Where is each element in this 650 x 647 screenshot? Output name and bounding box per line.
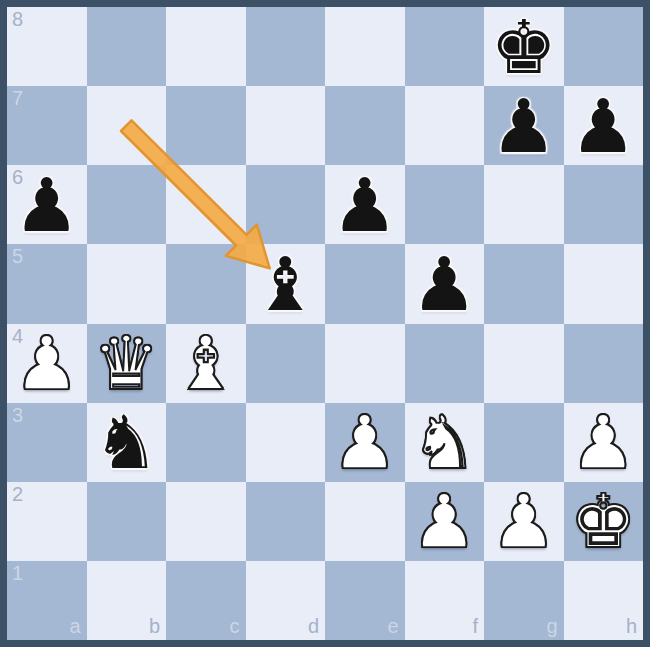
piece-white-bishop-c4[interactable]: ♝	[173, 326, 239, 400]
square-e3[interactable]: ♟	[325, 403, 405, 482]
piece-white-pawn-g2[interactable]: ♟	[491, 484, 557, 558]
square-c6[interactable]	[166, 165, 246, 244]
chess-board-diagram: 8♚7♟♟6♟♟5♝♟4♟♛♝3♞♟♞♟2♟♟♚1abcdefgh	[0, 0, 650, 647]
square-g6[interactable]	[484, 165, 564, 244]
square-a5[interactable]: 5	[7, 244, 87, 323]
piece-white-pawn-f2[interactable]: ♟	[411, 484, 477, 558]
square-h6[interactable]	[564, 165, 644, 244]
square-d6[interactable]	[246, 165, 326, 244]
square-a6[interactable]: 6♟	[7, 165, 87, 244]
piece-white-knight-f3[interactable]: ♞	[411, 405, 477, 479]
square-a1[interactable]: 1a	[7, 561, 87, 640]
square-g3[interactable]	[484, 403, 564, 482]
square-h2[interactable]: ♚	[564, 482, 644, 561]
file-label-h: h	[626, 615, 637, 638]
square-c4[interactable]: ♝	[166, 324, 246, 403]
square-b4[interactable]: ♛	[87, 324, 167, 403]
piece-white-queen-b4[interactable]: ♛	[93, 326, 159, 400]
file-label-a: a	[69, 615, 80, 638]
square-a7[interactable]: 7	[7, 86, 87, 165]
piece-white-pawn-h3[interactable]: ♟	[570, 405, 636, 479]
square-e6[interactable]: ♟	[325, 165, 405, 244]
piece-black-pawn-h7[interactable]: ♟	[570, 89, 636, 163]
file-label-g: g	[546, 615, 557, 638]
square-g4[interactable]	[484, 324, 564, 403]
square-e8[interactable]	[325, 7, 405, 86]
square-g1[interactable]: g	[484, 561, 564, 640]
file-label-d: d	[308, 615, 319, 638]
file-label-b: b	[149, 615, 160, 638]
rank-label-2: 2	[12, 483, 23, 506]
square-d3[interactable]	[246, 403, 326, 482]
square-g7[interactable]: ♟	[484, 86, 564, 165]
piece-black-pawn-e6[interactable]: ♟	[332, 168, 398, 242]
square-g5[interactable]	[484, 244, 564, 323]
square-a3[interactable]: 3	[7, 403, 87, 482]
square-d4[interactable]	[246, 324, 326, 403]
square-e2[interactable]	[325, 482, 405, 561]
square-a2[interactable]: 2	[7, 482, 87, 561]
rank-label-5: 5	[12, 245, 23, 268]
square-h7[interactable]: ♟	[564, 86, 644, 165]
square-h5[interactable]	[564, 244, 644, 323]
square-b5[interactable]	[87, 244, 167, 323]
piece-black-pawn-f5[interactable]: ♟	[411, 247, 477, 321]
square-f5[interactable]: ♟	[405, 244, 485, 323]
piece-black-bishop-d5[interactable]: ♝	[252, 247, 318, 321]
square-h1[interactable]: h	[564, 561, 644, 640]
square-c3[interactable]	[166, 403, 246, 482]
square-d1[interactable]: d	[246, 561, 326, 640]
file-label-e: e	[387, 615, 398, 638]
square-e1[interactable]: e	[325, 561, 405, 640]
square-b7[interactable]	[87, 86, 167, 165]
square-b6[interactable]	[87, 165, 167, 244]
square-b1[interactable]: b	[87, 561, 167, 640]
file-label-c: c	[230, 615, 240, 638]
square-c7[interactable]	[166, 86, 246, 165]
rank-label-1: 1	[12, 562, 23, 585]
square-c8[interactable]	[166, 7, 246, 86]
square-f7[interactable]	[405, 86, 485, 165]
square-b8[interactable]	[87, 7, 167, 86]
square-e7[interactable]	[325, 86, 405, 165]
file-label-f: f	[472, 615, 478, 638]
rank-label-8: 8	[12, 8, 23, 31]
square-h3[interactable]: ♟	[564, 403, 644, 482]
square-g2[interactable]: ♟	[484, 482, 564, 561]
square-d5[interactable]: ♝	[246, 244, 326, 323]
square-a8[interactable]: 8	[7, 7, 87, 86]
square-f3[interactable]: ♞	[405, 403, 485, 482]
square-g8[interactable]: ♚	[484, 7, 564, 86]
rank-label-3: 3	[12, 404, 23, 427]
square-f1[interactable]: f	[405, 561, 485, 640]
square-d8[interactable]	[246, 7, 326, 86]
square-h4[interactable]	[564, 324, 644, 403]
square-f2[interactable]: ♟	[405, 482, 485, 561]
square-b3[interactable]: ♞	[87, 403, 167, 482]
piece-black-knight-b3[interactable]: ♞	[93, 405, 159, 479]
piece-black-pawn-g7[interactable]: ♟	[491, 89, 557, 163]
rank-label-7: 7	[12, 87, 23, 110]
square-h8[interactable]	[564, 7, 644, 86]
square-a4[interactable]: 4♟	[7, 324, 87, 403]
square-d2[interactable]	[246, 482, 326, 561]
square-e5[interactable]	[325, 244, 405, 323]
square-f4[interactable]	[405, 324, 485, 403]
square-c2[interactable]	[166, 482, 246, 561]
piece-white-pawn-a4[interactable]: ♟	[14, 326, 80, 400]
chess-board: 8♚7♟♟6♟♟5♝♟4♟♛♝3♞♟♞♟2♟♟♚1abcdefgh	[7, 7, 643, 640]
piece-black-king-g8[interactable]: ♚	[491, 10, 557, 84]
square-f8[interactable]	[405, 7, 485, 86]
piece-black-pawn-a6[interactable]: ♟	[14, 168, 80, 242]
square-f6[interactable]	[405, 165, 485, 244]
square-d7[interactable]	[246, 86, 326, 165]
piece-white-king-h2[interactable]: ♚	[570, 484, 636, 558]
piece-white-pawn-e3[interactable]: ♟	[332, 405, 398, 479]
square-c1[interactable]: c	[166, 561, 246, 640]
square-b2[interactable]	[87, 482, 167, 561]
square-c5[interactable]	[166, 244, 246, 323]
square-e4[interactable]	[325, 324, 405, 403]
